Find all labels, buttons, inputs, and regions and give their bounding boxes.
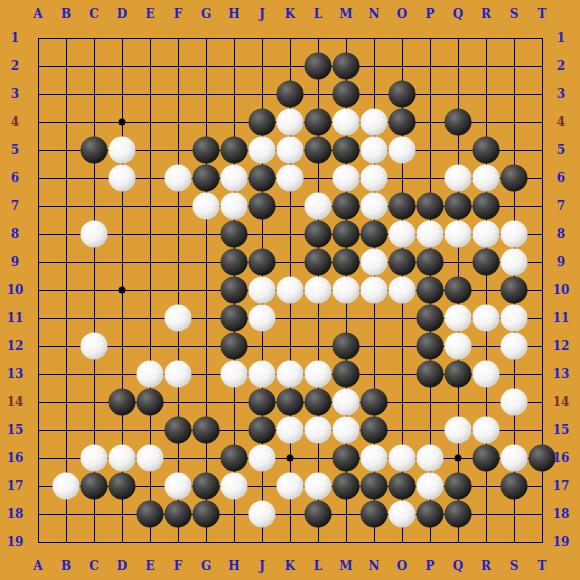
stone-white-M10[interactable]: [333, 277, 360, 304]
stone-white-S16[interactable]: [501, 445, 528, 472]
stone-black-L4[interactable]: [305, 109, 332, 136]
coordinate-label-bottom-J: J: [259, 560, 265, 572]
coordinate-label-right-2: 2: [557, 60, 565, 72]
coordinate-label-bottom-D: D: [117, 560, 127, 572]
coordinate-label-bottom-Q: Q: [453, 560, 463, 572]
coordinate-label-bottom-S: S: [510, 560, 519, 572]
coordinate-label-bottom-E: E: [145, 560, 154, 572]
stone-white-L15[interactable]: [305, 417, 332, 444]
stone-black-C5[interactable]: [81, 137, 108, 164]
stone-white-L17[interactable]: [305, 473, 332, 500]
go-board[interactable]: AABBCCDDEEFFGGHHJJKKLLMMNNOOPPQQRRSSTT11…: [0, 0, 580, 580]
stone-black-O17[interactable]: [389, 473, 416, 500]
star-point-Q16: [455, 455, 462, 462]
stone-black-M12[interactable]: [333, 333, 360, 360]
coordinate-label-right-6: 6: [557, 172, 565, 184]
stone-black-Q10[interactable]: [445, 277, 472, 304]
stone-white-L7[interactable]: [305, 193, 332, 220]
coordinate-label-left-19: 19: [7, 536, 24, 548]
stone-white-K15[interactable]: [277, 417, 304, 444]
stone-black-S6[interactable]: [501, 165, 528, 192]
stone-white-K13[interactable]: [277, 361, 304, 388]
stone-white-N5[interactable]: [361, 137, 388, 164]
stone-white-C12[interactable]: [81, 333, 108, 360]
coordinate-label-right-13: 13: [553, 368, 570, 380]
stone-black-G15[interactable]: [193, 417, 220, 444]
stone-white-M6[interactable]: [333, 165, 360, 192]
coordinate-label-left-18: 18: [7, 508, 24, 520]
coordinate-label-right-14: 14: [553, 396, 570, 408]
coordinate-label-left-9: 9: [11, 256, 19, 268]
stone-black-D14[interactable]: [109, 389, 136, 416]
stone-white-R6[interactable]: [473, 165, 500, 192]
stone-white-O10[interactable]: [389, 277, 416, 304]
coordinate-label-bottom-B: B: [61, 560, 71, 572]
stone-black-T16[interactable]: [529, 445, 556, 472]
coordinate-label-top-O: O: [397, 8, 407, 20]
coordinate-label-bottom-H: H: [228, 560, 239, 572]
coordinate-label-bottom-L: L: [314, 560, 322, 572]
stone-white-Q8[interactable]: [445, 221, 472, 248]
stone-black-J4[interactable]: [249, 109, 276, 136]
grid-line-vertical-G: [206, 38, 207, 543]
coordinate-label-top-P: P: [425, 8, 434, 20]
coordinate-label-right-11: 11: [553, 312, 570, 324]
coordinate-label-right-9: 9: [557, 256, 565, 268]
stone-black-F15[interactable]: [165, 417, 192, 444]
grid-line-vertical-A: [38, 38, 39, 543]
stone-white-D6[interactable]: [109, 165, 136, 192]
coordinate-label-right-4: 4: [557, 116, 565, 128]
coordinate-label-left-6: 6: [11, 172, 19, 184]
stone-black-M5[interactable]: [333, 137, 360, 164]
stone-white-J16[interactable]: [249, 445, 276, 472]
stone-black-M2[interactable]: [333, 53, 360, 80]
coordinate-label-right-18: 18: [553, 508, 570, 520]
coordinate-label-left-16: 16: [7, 452, 24, 464]
coordinate-label-top-F: F: [174, 8, 183, 20]
coordinate-label-top-Q: Q: [453, 8, 463, 20]
coordinate-label-left-2: 2: [11, 60, 19, 72]
stone-white-K17[interactable]: [277, 473, 304, 500]
stone-black-L5[interactable]: [305, 137, 332, 164]
coordinate-label-left-5: 5: [11, 144, 19, 156]
stone-black-L14[interactable]: [305, 389, 332, 416]
stone-white-H17[interactable]: [221, 473, 248, 500]
stone-white-S8[interactable]: [501, 221, 528, 248]
coordinate-label-bottom-T: T: [538, 560, 547, 572]
coordinate-label-bottom-K: K: [285, 560, 295, 572]
stone-black-E14[interactable]: [137, 389, 164, 416]
stone-black-J14[interactable]: [249, 389, 276, 416]
stone-white-E16[interactable]: [137, 445, 164, 472]
grid-line-vertical-F: [178, 38, 179, 543]
stone-white-J11[interactable]: [249, 305, 276, 332]
coordinate-label-left-7: 7: [11, 200, 19, 212]
stone-black-P12[interactable]: [417, 333, 444, 360]
stone-black-O3[interactable]: [389, 81, 416, 108]
coordinate-label-bottom-A: A: [33, 560, 42, 572]
coordinate-label-top-R: R: [481, 8, 491, 20]
coordinate-label-bottom-P: P: [425, 560, 434, 572]
stone-white-K10[interactable]: [277, 277, 304, 304]
stone-white-L13[interactable]: [305, 361, 332, 388]
stone-white-M14[interactable]: [333, 389, 360, 416]
coordinate-label-left-8: 8: [11, 228, 19, 240]
coordinate-label-top-M: M: [339, 8, 352, 20]
coordinate-label-left-13: 13: [7, 368, 24, 380]
stone-black-O7[interactable]: [389, 193, 416, 220]
stone-black-M8[interactable]: [333, 221, 360, 248]
stone-black-C17[interactable]: [81, 473, 108, 500]
stone-black-P7[interactable]: [417, 193, 444, 220]
stone-white-K6[interactable]: [277, 165, 304, 192]
stone-white-N16[interactable]: [361, 445, 388, 472]
stone-black-H5[interactable]: [221, 137, 248, 164]
stone-black-M3[interactable]: [333, 81, 360, 108]
stone-black-G6[interactable]: [193, 165, 220, 192]
stone-black-P10[interactable]: [417, 277, 444, 304]
star-point-D10: [119, 287, 126, 294]
stone-black-S17[interactable]: [501, 473, 528, 500]
stone-black-P11[interactable]: [417, 305, 444, 332]
coordinate-label-left-15: 15: [7, 424, 24, 436]
stone-white-C8[interactable]: [81, 221, 108, 248]
stone-white-Q11[interactable]: [445, 305, 472, 332]
stone-black-H8[interactable]: [221, 221, 248, 248]
stone-white-F13[interactable]: [165, 361, 192, 388]
stone-black-L18[interactable]: [305, 501, 332, 528]
coordinate-label-right-1: 1: [557, 32, 565, 44]
coordinate-label-top-H: H: [228, 8, 239, 20]
stone-black-N17[interactable]: [361, 473, 388, 500]
stone-white-H6[interactable]: [221, 165, 248, 192]
stone-black-M9[interactable]: [333, 249, 360, 276]
stone-black-N15[interactable]: [361, 417, 388, 444]
stone-black-L8[interactable]: [305, 221, 332, 248]
coordinate-label-left-3: 3: [11, 88, 19, 100]
stone-black-H10[interactable]: [221, 277, 248, 304]
stone-white-S14[interactable]: [501, 389, 528, 416]
stone-black-Q18[interactable]: [445, 501, 472, 528]
stone-black-P9[interactable]: [417, 249, 444, 276]
stone-black-Q7[interactable]: [445, 193, 472, 220]
star-point-K16: [287, 455, 294, 462]
stone-white-G7[interactable]: [193, 193, 220, 220]
stone-white-R13[interactable]: [473, 361, 500, 388]
stone-black-K3[interactable]: [277, 81, 304, 108]
stone-black-O4[interactable]: [389, 109, 416, 136]
stone-black-G17[interactable]: [193, 473, 220, 500]
coordinate-label-top-J: J: [259, 8, 265, 20]
stone-black-P13[interactable]: [417, 361, 444, 388]
coordinate-label-left-1: 1: [11, 32, 19, 44]
stone-white-N10[interactable]: [361, 277, 388, 304]
stone-white-O18[interactable]: [389, 501, 416, 528]
star-point-D4: [119, 119, 126, 126]
stone-black-J9[interactable]: [249, 249, 276, 276]
coordinate-label-bottom-F: F: [174, 560, 183, 572]
stone-black-K14[interactable]: [277, 389, 304, 416]
stone-white-C16[interactable]: [81, 445, 108, 472]
stone-white-M4[interactable]: [333, 109, 360, 136]
coordinate-label-top-A: A: [33, 8, 42, 20]
coordinate-label-top-L: L: [314, 8, 322, 20]
stone-black-M7[interactable]: [333, 193, 360, 220]
coordinate-label-right-10: 10: [553, 284, 570, 296]
stone-white-O5[interactable]: [389, 137, 416, 164]
coordinate-label-left-12: 12: [7, 340, 24, 352]
coordinate-label-top-D: D: [117, 8, 127, 20]
stone-white-D5[interactable]: [109, 137, 136, 164]
stone-black-L2[interactable]: [305, 53, 332, 80]
stone-white-H7[interactable]: [221, 193, 248, 220]
stone-black-Q13[interactable]: [445, 361, 472, 388]
stone-white-S11[interactable]: [501, 305, 528, 332]
stone-black-H11[interactable]: [221, 305, 248, 332]
coordinate-label-right-17: 17: [553, 480, 570, 492]
coordinate-label-top-N: N: [369, 8, 380, 20]
stone-black-M16[interactable]: [333, 445, 360, 472]
coordinate-label-bottom-R: R: [481, 560, 491, 572]
stone-white-D16[interactable]: [109, 445, 136, 472]
stone-white-H13[interactable]: [221, 361, 248, 388]
stone-white-N7[interactable]: [361, 193, 388, 220]
coordinate-label-right-5: 5: [557, 144, 565, 156]
stone-black-L9[interactable]: [305, 249, 332, 276]
stone-black-M13[interactable]: [333, 361, 360, 388]
stone-white-K4[interactable]: [277, 109, 304, 136]
stone-white-R11[interactable]: [473, 305, 500, 332]
grid-line-vertical-B: [66, 38, 67, 543]
coordinate-label-right-19: 19: [553, 536, 570, 548]
coordinate-label-top-E: E: [145, 8, 154, 20]
stone-black-N14[interactable]: [361, 389, 388, 416]
coordinate-label-right-12: 12: [553, 340, 570, 352]
coordinate-label-top-G: G: [201, 8, 211, 20]
stone-white-Q6[interactable]: [445, 165, 472, 192]
coordinate-label-left-4: 4: [11, 116, 19, 128]
stone-white-Q15[interactable]: [445, 417, 472, 444]
stone-black-Q4[interactable]: [445, 109, 472, 136]
coordinate-label-left-17: 17: [7, 480, 24, 492]
coordinate-label-right-8: 8: [557, 228, 565, 240]
stone-black-R9[interactable]: [473, 249, 500, 276]
coordinate-label-right-7: 7: [557, 200, 565, 212]
coordinate-label-top-S: S: [510, 8, 519, 20]
coordinate-label-right-15: 15: [553, 424, 570, 436]
stone-black-E18[interactable]: [137, 501, 164, 528]
coordinate-label-left-14: 14: [7, 396, 24, 408]
coordinate-label-right-3: 3: [557, 88, 565, 100]
stone-white-R15[interactable]: [473, 417, 500, 444]
stone-white-P16[interactable]: [417, 445, 444, 472]
stone-white-F11[interactable]: [165, 305, 192, 332]
stone-black-S10[interactable]: [501, 277, 528, 304]
stone-white-B17[interactable]: [53, 473, 80, 500]
stone-white-E13[interactable]: [137, 361, 164, 388]
coordinate-label-bottom-M: M: [339, 560, 352, 572]
stone-white-S12[interactable]: [501, 333, 528, 360]
stone-black-P18[interactable]: [417, 501, 444, 528]
stone-black-N8[interactable]: [361, 221, 388, 248]
coordinate-label-top-B: B: [61, 8, 71, 20]
stone-white-N6[interactable]: [361, 165, 388, 192]
stone-white-M15[interactable]: [333, 417, 360, 444]
stone-black-F18[interactable]: [165, 501, 192, 528]
stone-white-O8[interactable]: [389, 221, 416, 248]
stone-black-Q17[interactable]: [445, 473, 472, 500]
stone-white-S9[interactable]: [501, 249, 528, 276]
stone-black-G5[interactable]: [193, 137, 220, 164]
stone-black-R7[interactable]: [473, 193, 500, 220]
coordinate-label-top-C: C: [89, 8, 99, 20]
stone-white-J18[interactable]: [249, 501, 276, 528]
coordinate-label-left-11: 11: [7, 312, 24, 324]
stone-white-J10[interactable]: [249, 277, 276, 304]
stone-white-N9[interactable]: [361, 249, 388, 276]
stone-black-G18[interactable]: [193, 501, 220, 528]
stone-white-P8[interactable]: [417, 221, 444, 248]
stone-black-H12[interactable]: [221, 333, 248, 360]
stone-white-O16[interactable]: [389, 445, 416, 472]
stone-white-J5[interactable]: [249, 137, 276, 164]
stone-white-F6[interactable]: [165, 165, 192, 192]
stone-white-F17[interactable]: [165, 473, 192, 500]
coordinate-label-top-T: T: [538, 8, 547, 20]
coordinate-label-bottom-O: O: [397, 560, 407, 572]
stone-black-D17[interactable]: [109, 473, 136, 500]
stone-black-J7[interactable]: [249, 193, 276, 220]
stone-white-J13[interactable]: [249, 361, 276, 388]
stone-black-R5[interactable]: [473, 137, 500, 164]
stone-white-K5[interactable]: [277, 137, 304, 164]
coordinate-label-bottom-C: C: [89, 560, 99, 572]
coordinate-label-left-10: 10: [7, 284, 24, 296]
stone-white-P17[interactable]: [417, 473, 444, 500]
coordinate-label-bottom-G: G: [201, 560, 211, 572]
stone-white-Q12[interactable]: [445, 333, 472, 360]
stone-black-O9[interactable]: [389, 249, 416, 276]
stone-black-J6[interactable]: [249, 165, 276, 192]
stone-black-H16[interactable]: [221, 445, 248, 472]
coordinate-label-bottom-N: N: [369, 560, 380, 572]
stone-white-N4[interactable]: [361, 109, 388, 136]
stone-black-R16[interactable]: [473, 445, 500, 472]
coordinate-label-top-K: K: [285, 8, 295, 20]
stone-black-N18[interactable]: [361, 501, 388, 528]
stone-black-H9[interactable]: [221, 249, 248, 276]
stone-black-J15[interactable]: [249, 417, 276, 444]
stone-white-L10[interactable]: [305, 277, 332, 304]
stone-white-R8[interactable]: [473, 221, 500, 248]
stone-black-M17[interactable]: [333, 473, 360, 500]
